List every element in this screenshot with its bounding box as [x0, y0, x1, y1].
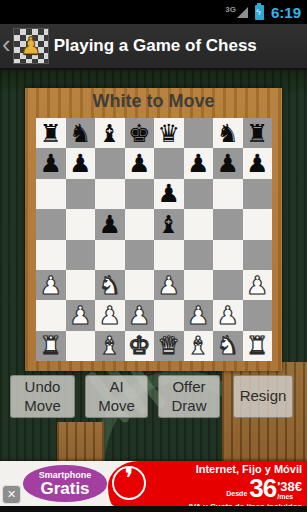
square-c6[interactable]: [95, 179, 125, 209]
black-pawn: ♟: [158, 181, 180, 206]
square-b7[interactable]: ♟: [66, 148, 96, 178]
square-c4[interactable]: [95, 240, 125, 270]
back-button[interactable]: ‹: [0, 24, 12, 68]
square-d3[interactable]: [125, 270, 155, 300]
square-c3[interactable]: ♞: [95, 270, 125, 300]
black-knight: ♞: [69, 121, 91, 146]
black-pawn: ♟: [246, 151, 268, 176]
black-rook: ♜: [40, 121, 62, 146]
signal-strength-icon: [237, 7, 248, 18]
square-g3[interactable]: [213, 270, 243, 300]
square-e1[interactable]: ♛: [154, 331, 184, 361]
white-pawn: ♟: [40, 273, 62, 298]
square-e3[interactable]: ♟: [154, 270, 184, 300]
ad-offer-text: Internet, Fijo y Móvil Desde 36 '38€ /me…: [142, 463, 302, 506]
ad-promo-big-text: Gratis: [40, 480, 89, 497]
ad-legal-text: IVA y Cuota de línea incluidos: [142, 502, 302, 506]
square-e8[interactable]: ♛: [154, 118, 184, 148]
white-rook: ♜: [40, 333, 62, 358]
black-bishop: ♝: [158, 212, 180, 237]
square-b4[interactable]: [66, 240, 96, 270]
square-f4[interactable]: [184, 240, 214, 270]
black-pawn: ♟: [69, 151, 91, 176]
square-h4[interactable]: [243, 240, 273, 270]
square-b3[interactable]: [66, 270, 96, 300]
white-king: ♚: [128, 333, 150, 358]
ai-move-button[interactable]: AI Move: [85, 375, 148, 418]
square-b1[interactable]: [66, 331, 96, 361]
square-b2[interactable]: ♟: [66, 300, 96, 330]
square-d1[interactable]: ♚: [125, 331, 155, 361]
square-b6[interactable]: [66, 179, 96, 209]
white-pawn: ♟: [217, 303, 239, 328]
ad-price-main: 36: [249, 475, 276, 501]
app-icon-pawn-glyph: ♟: [20, 32, 42, 60]
black-pawn: ♟: [99, 212, 121, 237]
black-rook: ♜: [246, 121, 268, 146]
turn-indicator: White to Move: [25, 91, 282, 112]
square-d2[interactable]: ♟: [125, 300, 155, 330]
black-queen: ♛: [158, 121, 180, 146]
square-e2[interactable]: [154, 300, 184, 330]
wood-plank-decoration: [57, 422, 104, 464]
square-c5[interactable]: ♟: [95, 209, 125, 239]
square-a3[interactable]: ♟: [36, 270, 66, 300]
square-a6[interactable]: [36, 179, 66, 209]
square-b5[interactable]: [66, 209, 96, 239]
square-f8[interactable]: [184, 118, 214, 148]
square-h3[interactable]: ♟: [243, 270, 273, 300]
status-bar: 3G ϟ 6:19: [0, 0, 307, 24]
square-a7[interactable]: ♟: [36, 148, 66, 178]
action-bar: ‹ ♟ Playing a Game of Chess: [0, 24, 307, 70]
square-d8[interactable]: ♚: [125, 118, 155, 148]
vodafone-mark-glyph: ❜: [124, 469, 134, 489]
undo-move-button[interactable]: Undo Move: [10, 375, 75, 418]
square-e6[interactable]: ♟: [154, 179, 184, 209]
square-f5[interactable]: [184, 209, 214, 239]
app-icon: ♟: [13, 28, 49, 64]
ad-headline: Internet, Fijo y Móvil: [142, 463, 302, 475]
bottom-strip: [0, 506, 307, 512]
white-rook: ♜: [246, 333, 268, 358]
phone-screen: 3G ϟ 6:19 ‹ ♟ Playing a Game of Chess Wh…: [0, 0, 307, 512]
square-e5[interactable]: ♝: [154, 209, 184, 239]
black-pawn: ♟: [40, 151, 62, 176]
white-pawn: ♟: [128, 303, 150, 328]
black-pawn: ♟: [187, 151, 209, 176]
square-c2[interactable]: ♟: [95, 300, 125, 330]
black-knight: ♞: [217, 121, 239, 146]
white-pawn: ♟: [246, 273, 268, 298]
white-pawn: ♟: [69, 303, 91, 328]
square-a1[interactable]: ♜: [36, 331, 66, 361]
app-title: Playing a Game of Chess: [54, 36, 257, 56]
square-d5[interactable]: [125, 209, 155, 239]
square-h7[interactable]: ♟: [243, 148, 273, 178]
ad-price: Desde 36 '38€ /mes: [142, 475, 302, 501]
chess-board[interactable]: ♜♞♝♚♛♞♜♟♟♟♟♟♟♟♟♝♟♞♟♟♟♟♟♟♟♜♝♚♛♝♞♜: [36, 118, 272, 361]
square-g6[interactable]: [213, 179, 243, 209]
game-background: White to Move ♜♞♝♚♛♞♜♟♟♟♟♟♟♟♟♝♟♞♟♟♟♟♟♟♟♜…: [0, 70, 307, 512]
status-clock: 6:19: [271, 4, 301, 21]
vodafone-logo-icon: ❜: [112, 466, 146, 500]
ad-banner[interactable]: Smartphone Gratis ❜ Internet, Fijo y Móv…: [0, 461, 307, 506]
square-a2[interactable]: [36, 300, 66, 330]
square-h6[interactable]: [243, 179, 273, 209]
square-f2[interactable]: ♟: [184, 300, 214, 330]
white-knight: ♞: [217, 333, 239, 358]
square-d7[interactable]: ♟: [125, 148, 155, 178]
network-type-label: 3G: [225, 5, 236, 14]
square-c1[interactable]: ♝: [95, 331, 125, 361]
white-bishop: ♝: [187, 333, 209, 358]
square-c8[interactable]: ♝: [95, 118, 125, 148]
square-a5[interactable]: [36, 209, 66, 239]
white-pawn: ♟: [158, 273, 180, 298]
ad-desde-label: Desde: [226, 490, 247, 497]
square-f7[interactable]: ♟: [184, 148, 214, 178]
white-queen: ♛: [158, 333, 180, 358]
square-e7[interactable]: [154, 148, 184, 178]
square-h8[interactable]: ♜: [243, 118, 273, 148]
square-g4[interactable]: [213, 240, 243, 270]
square-g1[interactable]: ♞: [213, 331, 243, 361]
square-h5[interactable]: [243, 209, 273, 239]
square-e4[interactable]: [154, 240, 184, 270]
network-indicator: 3G: [225, 7, 248, 18]
black-pawn: ♟: [128, 151, 150, 176]
square-c7[interactable]: [95, 148, 125, 178]
square-h1[interactable]: ♜: [243, 331, 273, 361]
ad-price-decimals: '38€: [277, 481, 302, 493]
chess-board-frame: White to Move ♜♞♝♚♛♞♜♟♟♟♟♟♟♟♟♝♟♞♟♟♟♟♟♟♟♜…: [25, 88, 282, 371]
square-g7[interactable]: ♟: [213, 148, 243, 178]
square-h2[interactable]: [243, 300, 273, 330]
offer-draw-button[interactable]: Offer Draw: [158, 375, 220, 418]
white-pawn: ♟: [99, 303, 121, 328]
square-a8[interactable]: ♜: [36, 118, 66, 148]
square-d4[interactable]: [125, 240, 155, 270]
resign-button[interactable]: Resign: [233, 375, 293, 418]
white-knight: ♞: [99, 273, 121, 298]
ad-price-period: /mes: [277, 493, 293, 501]
square-a4[interactable]: [36, 240, 66, 270]
square-b8[interactable]: ♞: [66, 118, 96, 148]
square-g2[interactable]: ♟: [213, 300, 243, 330]
black-bishop: ♝: [99, 121, 121, 146]
square-g8[interactable]: ♞: [213, 118, 243, 148]
battery-icon: ϟ: [255, 5, 264, 20]
square-f1[interactable]: ♝: [184, 331, 214, 361]
square-d6[interactable]: [125, 179, 155, 209]
white-bishop: ♝: [99, 333, 121, 358]
white-pawn: ♟: [187, 303, 209, 328]
ad-close-button[interactable]: ✕: [2, 485, 21, 504]
black-pawn: ♟: [217, 151, 239, 176]
square-f3[interactable]: [184, 270, 214, 300]
charging-bolt-icon: ϟ: [256, 6, 261, 19]
black-king: ♚: [128, 121, 150, 146]
square-g5[interactable]: [213, 209, 243, 239]
ad-promo-badge: Smartphone Gratis: [23, 465, 107, 502]
square-f6[interactable]: [184, 179, 214, 209]
